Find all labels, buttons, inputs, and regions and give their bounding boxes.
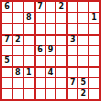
cell-r9c1[interactable] (2, 89, 12, 99)
cell-r5c9[interactable] (89, 46, 99, 56)
cell-r8c9[interactable] (89, 78, 99, 88)
cell-r7c3: 1 (24, 67, 34, 77)
cell-r3c9[interactable] (89, 24, 99, 34)
cell-r5c1[interactable] (2, 46, 12, 56)
cell-r7c2: 8 (13, 67, 23, 77)
cell-r8c2[interactable] (13, 78, 23, 88)
cell-r8c4[interactable] (35, 78, 45, 88)
cell-r9c9[interactable] (89, 89, 99, 99)
cell-r2c3: 8 (24, 13, 34, 23)
cell-r4c4[interactable] (35, 35, 45, 45)
cell-r7c7[interactable] (67, 67, 77, 77)
cell-r8c3[interactable] (24, 78, 34, 88)
cell-r1c7[interactable] (67, 2, 77, 12)
cell-r7c5: 4 (46, 67, 56, 77)
cell-r2c2[interactable] (13, 13, 23, 23)
cell-r9c3[interactable] (24, 89, 34, 99)
cell-r5c3[interactable] (24, 46, 34, 56)
cell-r3c7[interactable] (67, 24, 77, 34)
cell-r7c6[interactable] (56, 67, 66, 77)
cell-r3c1[interactable] (2, 24, 12, 34)
cell-r1c5[interactable] (46, 2, 56, 12)
cell-r8c7: 7 (67, 78, 77, 88)
cell-r4c5[interactable] (46, 35, 56, 45)
cell-r3c2[interactable] (13, 24, 23, 34)
cell-r5c5: 9 (46, 46, 56, 56)
cell-r6c8[interactable] (78, 56, 88, 66)
cell-r6c5[interactable] (46, 56, 56, 66)
cell-r6c7[interactable] (67, 56, 77, 66)
cell-r9c5[interactable] (46, 89, 56, 99)
cell-r6c3[interactable] (24, 56, 34, 66)
cell-r3c8[interactable] (78, 24, 88, 34)
cell-r1c4: 7 (35, 2, 45, 12)
cell-r6c4[interactable] (35, 56, 45, 66)
cell-r8c5[interactable] (46, 78, 56, 88)
cell-r5c4: 6 (35, 46, 45, 56)
cell-r2c6[interactable] (56, 13, 66, 23)
cell-r2c9: 1 (89, 13, 99, 23)
cell-r2c7[interactable] (67, 13, 77, 23)
cell-r1c2[interactable] (13, 2, 23, 12)
cell-r4c8[interactable] (78, 35, 88, 45)
cell-r1c9[interactable] (89, 2, 99, 12)
cell-r3c4[interactable] (35, 24, 45, 34)
cell-r4c6[interactable] (56, 35, 66, 45)
cell-r9c8: 2 (78, 89, 88, 99)
cell-r9c2[interactable] (13, 89, 23, 99)
cell-r2c5[interactable] (46, 13, 56, 23)
cell-r4c9[interactable] (89, 35, 99, 45)
cell-r2c4[interactable] (35, 13, 45, 23)
cell-r9c4[interactable] (35, 89, 45, 99)
sudoku-board: 67281723695814752 (0, 0, 101, 101)
cell-r4c7: 3 (67, 35, 77, 45)
cell-r3c3[interactable] (24, 24, 34, 34)
cell-r4c1: 7 (2, 35, 12, 45)
cell-r5c8[interactable] (78, 46, 88, 56)
cell-r9c6[interactable] (56, 89, 66, 99)
cell-r7c9[interactable] (89, 67, 99, 77)
cell-r8c1[interactable] (2, 78, 12, 88)
cell-r7c4[interactable] (35, 67, 45, 77)
cell-r7c1[interactable] (2, 67, 12, 77)
cell-r8c8: 5 (78, 78, 88, 88)
cell-r6c1: 5 (2, 56, 12, 66)
cell-r3c5[interactable] (46, 24, 56, 34)
cell-r1c1: 6 (2, 2, 12, 12)
cell-r7c8[interactable] (78, 67, 88, 77)
cell-r1c3[interactable] (24, 2, 34, 12)
cell-r8c6[interactable] (56, 78, 66, 88)
cell-r5c2[interactable] (13, 46, 23, 56)
cell-r4c2: 2 (13, 35, 23, 45)
cell-r6c6[interactable] (56, 56, 66, 66)
cell-r1c6: 2 (56, 2, 66, 12)
cell-r1c8[interactable] (78, 2, 88, 12)
cell-r9c7[interactable] (67, 89, 77, 99)
cell-r6c2[interactable] (13, 56, 23, 66)
cell-r2c8[interactable] (78, 13, 88, 23)
cell-r5c7[interactable] (67, 46, 77, 56)
cell-r3c6[interactable] (56, 24, 66, 34)
cell-r4c3[interactable] (24, 35, 34, 45)
cell-r5c6[interactable] (56, 46, 66, 56)
cell-r6c9[interactable] (89, 56, 99, 66)
cell-r2c1[interactable] (2, 13, 12, 23)
